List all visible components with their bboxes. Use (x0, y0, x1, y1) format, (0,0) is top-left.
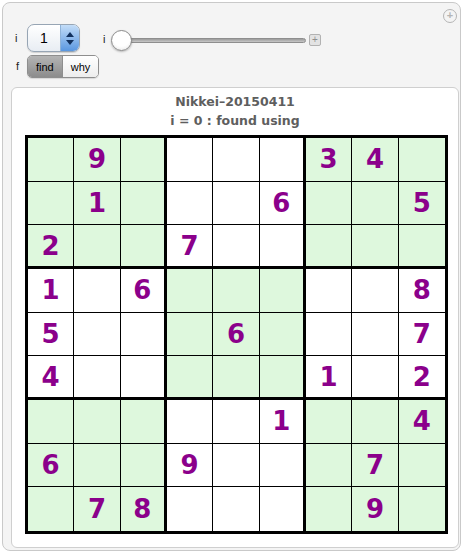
cell-r5c5: 6 (213, 313, 259, 357)
cell-r3c2 (74, 225, 120, 269)
cell-r1c6 (260, 138, 306, 182)
cell-r8c1: 6 (28, 444, 74, 488)
cell-r2c9: 5 (399, 182, 445, 226)
cell-r4c3: 6 (121, 269, 167, 313)
cell-r1c7: 3 (306, 138, 352, 182)
cell-r4c1: 1 (28, 269, 74, 313)
cell-r5c7 (306, 313, 352, 357)
cell-r5c2 (74, 313, 120, 357)
cell-r8c3 (121, 444, 167, 488)
cell-r5c3 (121, 313, 167, 357)
cell-r3c3 (121, 225, 167, 269)
cell-r9c5 (213, 487, 259, 531)
cell-r7c1 (28, 400, 74, 444)
cell-r1c2: 9 (74, 138, 120, 182)
cell-r2c3 (121, 182, 167, 226)
cell-r5c9: 7 (399, 313, 445, 357)
cell-r9c3: 8 (121, 487, 167, 531)
cell-r6c9: 2 (399, 356, 445, 400)
cell-r1c5 (213, 138, 259, 182)
cell-r1c9 (399, 138, 445, 182)
cell-r3c7 (306, 225, 352, 269)
cell-r6c3 (121, 356, 167, 400)
cell-r7c8 (352, 400, 398, 444)
mode-toggle[interactable]: find why (27, 55, 99, 78)
cell-r8c7 (306, 444, 352, 488)
cell-r5c1: 5 (28, 313, 74, 357)
cell-r9c7 (306, 487, 352, 531)
cell-r9c6 (260, 487, 306, 531)
cell-r2c6: 6 (260, 182, 306, 226)
cell-r9c8: 9 (352, 487, 398, 531)
cell-r5c6 (260, 313, 306, 357)
cell-r8c2 (74, 444, 120, 488)
panel-expand-button[interactable]: + (443, 9, 457, 23)
cell-r5c4 (167, 313, 213, 357)
cell-r3c4: 7 (167, 225, 213, 269)
cell-r6c5 (213, 356, 259, 400)
cell-r9c2: 7 (74, 487, 120, 531)
cell-r2c7 (306, 182, 352, 226)
cell-r6c1: 4 (28, 356, 74, 400)
cell-r9c9 (399, 487, 445, 531)
cell-r4c6 (260, 269, 306, 313)
cell-r7c7 (306, 400, 352, 444)
sudoku-board: 9341652716856741214697789 (25, 135, 448, 534)
cell-r6c6 (260, 356, 306, 400)
cell-r3c8 (352, 225, 398, 269)
cell-r8c6 (260, 444, 306, 488)
stepper-down-icon[interactable] (66, 40, 74, 45)
cell-r1c1 (28, 138, 74, 182)
cell-r3c1: 2 (28, 225, 74, 269)
cell-r4c5 (213, 269, 259, 313)
board-title: Nikkei–20150411 (12, 94, 458, 109)
cell-r4c4 (167, 269, 213, 313)
cell-r6c2 (74, 356, 120, 400)
cell-r7c5 (213, 400, 259, 444)
cell-r4c7 (306, 269, 352, 313)
cell-r5c8 (352, 313, 398, 357)
cell-r3c6 (260, 225, 306, 269)
cell-r6c4 (167, 356, 213, 400)
cell-r9c4 (167, 487, 213, 531)
cell-r8c5 (213, 444, 259, 488)
slider-expand-button[interactable]: + (309, 34, 321, 46)
cell-r3c5 (213, 225, 259, 269)
cell-r2c1 (28, 182, 74, 226)
cell-r7c2 (74, 400, 120, 444)
cell-r8c9 (399, 444, 445, 488)
manipulate-frame: i 1 i + + f find why Nikkei–20150411 i =… (2, 2, 461, 551)
cell-r4c2 (74, 269, 120, 313)
cell-r8c8: 7 (352, 444, 398, 488)
toggle-label: f (16, 60, 19, 72)
cell-r3c9 (399, 225, 445, 269)
index-slider-track[interactable] (115, 38, 306, 43)
find-button[interactable]: find (28, 56, 63, 77)
cell-r9c1 (28, 487, 74, 531)
display-panel: Nikkei–20150411 i = 0 : found using 9341… (11, 87, 459, 548)
cell-r7c6: 1 (260, 400, 306, 444)
stepper-arrow-buttons[interactable] (60, 25, 79, 51)
stepper-label: i (15, 32, 17, 44)
cell-r1c8: 4 (352, 138, 398, 182)
why-button[interactable]: why (63, 56, 99, 77)
board-subtitle: i = 0 : found using (12, 113, 458, 128)
cell-r6c8 (352, 356, 398, 400)
cell-r7c9: 4 (399, 400, 445, 444)
cell-r6c7: 1 (306, 356, 352, 400)
cell-r1c4 (167, 138, 213, 182)
cell-r1c3 (121, 138, 167, 182)
stepper-value: 1 (28, 25, 60, 51)
cell-r7c4 (167, 400, 213, 444)
stepper-up-icon[interactable] (66, 32, 74, 37)
cell-r4c9: 8 (399, 269, 445, 313)
cell-r2c2: 1 (74, 182, 120, 226)
cell-r4c8 (352, 269, 398, 313)
cell-r7c3 (121, 400, 167, 444)
cell-r2c8 (352, 182, 398, 226)
index-stepper[interactable]: 1 (27, 24, 80, 52)
slider-label: i (103, 33, 105, 45)
index-slider-thumb[interactable] (111, 30, 132, 51)
cell-r8c4: 9 (167, 444, 213, 488)
cell-r2c4 (167, 182, 213, 226)
cell-r2c5 (213, 182, 259, 226)
